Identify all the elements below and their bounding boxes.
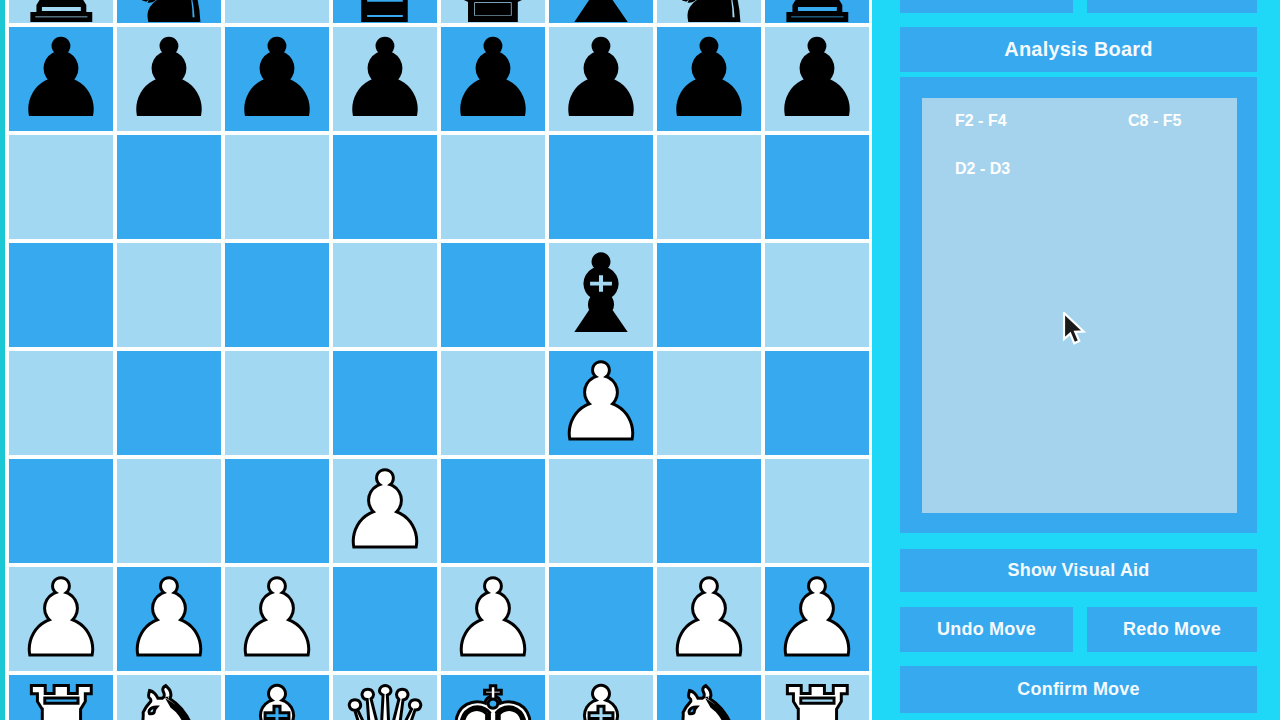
top-button-left[interactable] — [900, 0, 1073, 13]
square-h5[interactable] — [765, 243, 869, 347]
square-a8[interactable]: ♜ — [9, 0, 113, 23]
undo-move-label: Undo Move — [937, 619, 1036, 640]
black-pawn: ♟ — [117, 27, 221, 131]
square-e2[interactable]: ♟ — [441, 567, 545, 671]
app-window: ♜♞♛♚♝♞♜♟♟♟♟♟♟♟♟♝♟♟♟♟♟♟♟♟♜♞♝♛♚♝♞♜ Analysi… — [0, 0, 1280, 720]
white-pawn: ♟ — [117, 567, 221, 671]
square-e6[interactable] — [441, 135, 545, 239]
undo-move-button[interactable]: Undo Move — [900, 607, 1073, 652]
square-e5[interactable] — [441, 243, 545, 347]
white-bishop: ♝ — [549, 675, 653, 720]
square-a7[interactable]: ♟ — [9, 27, 113, 131]
square-f7[interactable]: ♟ — [549, 27, 653, 131]
square-c8[interactable] — [225, 0, 329, 23]
square-d8[interactable]: ♛ — [333, 0, 437, 23]
move-history-list: F2 - F4 C8 - F5 D2 - D3 — [922, 98, 1237, 513]
square-a2[interactable]: ♟ — [9, 567, 113, 671]
square-f5[interactable]: ♝ — [549, 243, 653, 347]
redo-move-label: Redo Move — [1123, 619, 1221, 640]
square-h1[interactable]: ♜ — [765, 675, 869, 720]
square-a5[interactable] — [9, 243, 113, 347]
square-a3[interactable] — [9, 459, 113, 563]
square-f1[interactable]: ♝ — [549, 675, 653, 720]
show-visual-aid-label: Show Visual Aid — [1007, 560, 1149, 581]
square-c1[interactable]: ♝ — [225, 675, 329, 720]
square-g6[interactable] — [657, 135, 761, 239]
white-pawn: ♟ — [549, 351, 653, 455]
chess-board-frame: ♜♞♛♚♝♞♜♟♟♟♟♟♟♟♟♝♟♟♟♟♟♟♟♟♜♞♝♛♚♝♞♜ — [5, 0, 872, 720]
black-pawn: ♟ — [765, 27, 869, 131]
white-bishop: ♝ — [225, 675, 329, 720]
square-h7[interactable]: ♟ — [765, 27, 869, 131]
chess-board[interactable]: ♜♞♛♚♝♞♜♟♟♟♟♟♟♟♟♝♟♟♟♟♟♟♟♟♜♞♝♛♚♝♞♜ — [9, 0, 869, 720]
square-d5[interactable] — [333, 243, 437, 347]
square-g2[interactable]: ♟ — [657, 567, 761, 671]
black-pawn: ♟ — [657, 27, 761, 131]
analysis-board-header: Analysis Board — [900, 27, 1257, 72]
white-pawn: ♟ — [657, 567, 761, 671]
square-g7[interactable]: ♟ — [657, 27, 761, 131]
square-c3[interactable] — [225, 459, 329, 563]
square-d6[interactable] — [333, 135, 437, 239]
square-d4[interactable] — [333, 351, 437, 455]
analysis-board-title: Analysis Board — [1004, 38, 1152, 61]
square-b3[interactable] — [117, 459, 221, 563]
square-a6[interactable] — [9, 135, 113, 239]
square-f4[interactable]: ♟ — [549, 351, 653, 455]
square-e3[interactable] — [441, 459, 545, 563]
black-bishop: ♝ — [549, 243, 653, 347]
square-c6[interactable] — [225, 135, 329, 239]
move-entry: D2 - D3 — [955, 159, 1128, 178]
black-pawn: ♟ — [225, 27, 329, 131]
square-g4[interactable] — [657, 351, 761, 455]
square-e4[interactable] — [441, 351, 545, 455]
square-b7[interactable]: ♟ — [117, 27, 221, 131]
square-c7[interactable]: ♟ — [225, 27, 329, 131]
square-c5[interactable] — [225, 243, 329, 347]
white-queen: ♛ — [333, 675, 437, 720]
square-c2[interactable]: ♟ — [225, 567, 329, 671]
square-b5[interactable] — [117, 243, 221, 347]
white-pawn: ♟ — [9, 567, 113, 671]
confirm-move-label: Confirm Move — [1017, 679, 1139, 700]
square-a4[interactable] — [9, 351, 113, 455]
square-b1[interactable]: ♞ — [117, 675, 221, 720]
square-b8[interactable]: ♞ — [117, 0, 221, 23]
white-pawn: ♟ — [225, 567, 329, 671]
black-pawn: ♟ — [549, 27, 653, 131]
square-c4[interactable] — [225, 351, 329, 455]
black-pawn: ♟ — [9, 27, 113, 131]
move-entry: F2 - F4 — [955, 111, 1128, 130]
square-h3[interactable] — [765, 459, 869, 563]
square-g5[interactable] — [657, 243, 761, 347]
square-d1[interactable]: ♛ — [333, 675, 437, 720]
square-g3[interactable] — [657, 459, 761, 563]
top-button-right[interactable] — [1087, 0, 1257, 13]
black-pawn: ♟ — [333, 27, 437, 131]
square-b2[interactable]: ♟ — [117, 567, 221, 671]
white-pawn: ♟ — [441, 567, 545, 671]
square-h8[interactable]: ♜ — [765, 0, 869, 23]
square-a1[interactable]: ♜ — [9, 675, 113, 720]
move-entry: C8 - F5 — [1128, 111, 1237, 130]
square-e1[interactable]: ♚ — [441, 675, 545, 720]
white-pawn: ♟ — [333, 459, 437, 563]
square-f8[interactable]: ♝ — [549, 0, 653, 23]
white-knight: ♞ — [657, 675, 761, 720]
white-rook: ♜ — [765, 675, 869, 720]
confirm-move-button[interactable]: Confirm Move — [900, 666, 1257, 713]
square-d7[interactable]: ♟ — [333, 27, 437, 131]
show-visual-aid-button[interactable]: Show Visual Aid — [900, 549, 1257, 592]
square-d2[interactable] — [333, 567, 437, 671]
square-b6[interactable] — [117, 135, 221, 239]
square-h2[interactable]: ♟ — [765, 567, 869, 671]
square-h4[interactable] — [765, 351, 869, 455]
square-g1[interactable]: ♞ — [657, 675, 761, 720]
square-f2[interactable] — [549, 567, 653, 671]
square-e7[interactable]: ♟ — [441, 27, 545, 131]
redo-move-button[interactable]: Redo Move — [1087, 607, 1257, 652]
white-pawn: ♟ — [765, 567, 869, 671]
square-b4[interactable] — [117, 351, 221, 455]
square-h6[interactable] — [765, 135, 869, 239]
black-pawn: ♟ — [441, 27, 545, 131]
white-knight: ♞ — [117, 675, 221, 720]
square-f6[interactable] — [549, 135, 653, 239]
square-d3[interactable]: ♟ — [333, 459, 437, 563]
square-f3[interactable] — [549, 459, 653, 563]
square-g8[interactable]: ♞ — [657, 0, 761, 23]
square-e8[interactable]: ♚ — [441, 0, 545, 23]
mouse-cursor-icon — [1062, 312, 1086, 350]
white-rook: ♜ — [9, 675, 113, 720]
white-king: ♚ — [441, 675, 545, 720]
